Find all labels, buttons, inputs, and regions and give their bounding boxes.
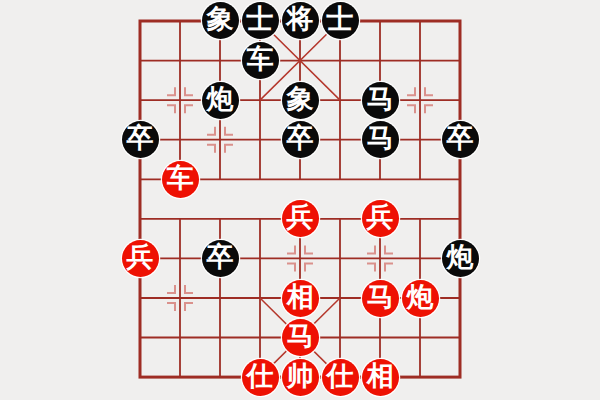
- piece-red-advisor[interactable]: 仕: [242, 359, 279, 396]
- piece-black-general[interactable]: 将: [282, 2, 319, 39]
- piece-black-advisor[interactable]: 士: [242, 2, 279, 39]
- piece-black-horse[interactable]: 马: [362, 121, 399, 158]
- piece-red-pawn[interactable]: 兵: [282, 200, 319, 237]
- piece-red-horse[interactable]: 马: [282, 319, 319, 356]
- piece-black-pawn[interactable]: 卒: [122, 121, 159, 158]
- piece-red-elephant[interactable]: 相: [362, 359, 399, 396]
- piece-black-pawn[interactable]: 卒: [202, 240, 239, 277]
- piece-red-elephant[interactable]: 相: [282, 280, 319, 317]
- xiangqi-board: 象士将士车炮象马卒卒马卒车兵兵兵卒炮相马炮马仕帅仕相: [120, 1, 480, 397]
- piece-black-cannon[interactable]: 炮: [442, 240, 479, 277]
- piece-red-general[interactable]: 帅: [282, 359, 319, 396]
- piece-red-advisor[interactable]: 仕: [322, 359, 359, 396]
- piece-black-pawn[interactable]: 卒: [282, 121, 319, 158]
- piece-red-horse[interactable]: 马: [362, 280, 399, 317]
- piece-black-elephant[interactable]: 象: [202, 2, 239, 39]
- piece-black-pawn[interactable]: 卒: [442, 121, 479, 158]
- piece-red-pawn[interactable]: 兵: [122, 240, 159, 277]
- piece-red-chariot[interactable]: 车: [162, 161, 199, 198]
- piece-black-horse[interactable]: 马: [362, 82, 399, 119]
- piece-red-cannon[interactable]: 炮: [402, 280, 439, 317]
- xiangqi-app: 象士将士车炮象马卒卒马卒车兵兵兵卒炮相马炮马仕帅仕相: [0, 0, 600, 400]
- piece-red-pawn[interactable]: 兵: [362, 200, 399, 237]
- piece-black-elephant[interactable]: 象: [282, 82, 319, 119]
- piece-black-chariot[interactable]: 车: [242, 42, 279, 79]
- piece-black-cannon[interactable]: 炮: [202, 82, 239, 119]
- piece-black-advisor[interactable]: 士: [322, 2, 359, 39]
